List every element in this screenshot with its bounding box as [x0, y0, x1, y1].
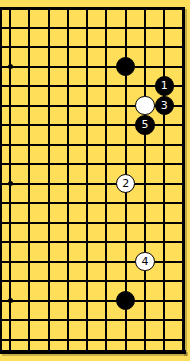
- black-stone[interactable]: [116, 57, 135, 76]
- move-number-label: 5: [141, 119, 148, 130]
- move-number-label: 1: [161, 80, 168, 91]
- black-stone[interactable]: 1: [155, 76, 174, 95]
- grid-line-vertical: [86, 7, 88, 355]
- white-stone[interactable]: 4: [135, 252, 154, 271]
- go-diagram: 13524: [0, 0, 190, 361]
- grid-line-vertical: [144, 7, 146, 355]
- board-right-edge: [182, 7, 185, 355]
- black-stone[interactable]: [116, 291, 135, 310]
- black-stone[interactable]: 5: [135, 115, 154, 134]
- grid-line-vertical: [48, 7, 50, 355]
- grid-line-vertical: [67, 7, 69, 355]
- board-top-edge: [0, 7, 185, 10]
- grid-line-vertical: [28, 7, 30, 355]
- left-crop-cut-line: [0, 7, 2, 355]
- grid-line-vertical: [105, 7, 107, 355]
- move-number-label: 3: [161, 100, 168, 111]
- star-point: [8, 181, 13, 186]
- grid-line-vertical: [163, 7, 165, 355]
- white-stone[interactable]: 2: [116, 174, 135, 193]
- black-stone[interactable]: 3: [155, 96, 174, 115]
- white-stone[interactable]: [135, 96, 154, 115]
- move-number-label: 4: [141, 256, 148, 267]
- star-point: [8, 64, 13, 69]
- star-point: [8, 298, 13, 303]
- move-number-label: 2: [122, 178, 129, 189]
- bottom-crop-cut-line: [0, 350, 186, 354]
